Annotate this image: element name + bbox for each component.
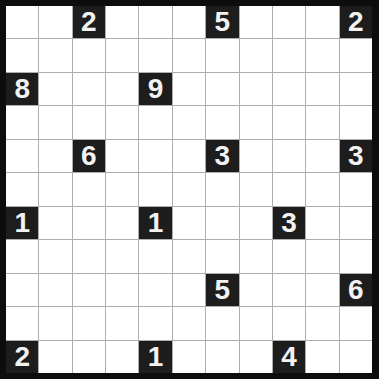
clue-cell-r3c5: 9 (139, 73, 171, 105)
cell-r9c9[interactable] (273, 274, 305, 306)
cell-r10c2[interactable] (39, 307, 71, 339)
cell-r11c6[interactable] (173, 341, 205, 373)
cell-r4c10[interactable] (306, 106, 338, 138)
cell-r5c2[interactable] (39, 140, 71, 172)
cell-r6c9[interactable] (273, 173, 305, 205)
cell-r7c4[interactable] (106, 207, 138, 239)
cell-r9c6[interactable] (173, 274, 205, 306)
cell-r10c3[interactable] (73, 307, 105, 339)
cell-r7c11[interactable] (340, 207, 372, 239)
cell-r1c1[interactable] (6, 6, 38, 38)
clue-cell-r1c3: 2 (73, 6, 105, 38)
cell-r6c11[interactable] (340, 173, 372, 205)
cell-r6c6[interactable] (173, 173, 205, 205)
cell-r6c3[interactable] (73, 173, 105, 205)
cell-r8c1[interactable] (6, 240, 38, 272)
cell-r3c11[interactable] (340, 73, 372, 105)
cell-r1c2[interactable] (39, 6, 71, 38)
cell-r3c4[interactable] (106, 73, 138, 105)
cell-r5c6[interactable] (173, 140, 205, 172)
cell-r7c6[interactable] (173, 207, 205, 239)
cell-r5c9[interactable] (273, 140, 305, 172)
cell-r8c7[interactable] (206, 240, 238, 272)
cell-r8c6[interactable] (173, 240, 205, 272)
clue-cell-r5c11: 3 (340, 140, 372, 172)
cell-r2c7[interactable] (206, 39, 238, 71)
cell-r1c6[interactable] (173, 6, 205, 38)
clue-cell-r7c5: 1 (139, 207, 171, 239)
puzzle-grid: 2528963311356214 (6, 6, 372, 373)
cell-r7c7[interactable] (206, 207, 238, 239)
cell-r9c3[interactable] (73, 274, 105, 306)
cell-r2c3[interactable] (73, 39, 105, 71)
cell-r11c3[interactable] (73, 341, 105, 373)
cell-r10c10[interactable] (306, 307, 338, 339)
cell-r5c1[interactable] (6, 140, 38, 172)
cell-r6c4[interactable] (106, 173, 138, 205)
cell-r4c4[interactable] (106, 106, 138, 138)
cell-r3c10[interactable] (306, 73, 338, 105)
cell-r10c6[interactable] (173, 307, 205, 339)
cell-r2c5[interactable] (139, 39, 171, 71)
clue-cell-r1c7: 5 (206, 6, 238, 38)
cell-r6c5[interactable] (139, 173, 171, 205)
cell-r9c2[interactable] (39, 274, 71, 306)
cell-r11c7[interactable] (206, 341, 238, 373)
cell-r7c10[interactable] (306, 207, 338, 239)
cell-r4c11[interactable] (340, 106, 372, 138)
cell-r1c8[interactable] (240, 6, 272, 38)
cell-r3c8[interactable] (240, 73, 272, 105)
cell-r4c5[interactable] (139, 106, 171, 138)
clue-cell-r11c5: 1 (139, 341, 171, 373)
cell-r4c1[interactable] (6, 106, 38, 138)
cell-r4c2[interactable] (39, 106, 71, 138)
cell-r8c3[interactable] (73, 240, 105, 272)
cell-r6c8[interactable] (240, 173, 272, 205)
cell-r2c2[interactable] (39, 39, 71, 71)
cell-r10c8[interactable] (240, 307, 272, 339)
clue-cell-r7c1: 1 (6, 207, 38, 239)
cell-r7c8[interactable] (240, 207, 272, 239)
cell-r8c9[interactable] (273, 240, 305, 272)
cell-r2c9[interactable] (273, 39, 305, 71)
cell-r8c4[interactable] (106, 240, 138, 272)
cell-r1c5[interactable] (139, 6, 171, 38)
clue-cell-r3c1: 8 (6, 73, 38, 105)
cell-r10c4[interactable] (106, 307, 138, 339)
cell-r3c3[interactable] (73, 73, 105, 105)
clue-cell-r7c9: 3 (273, 207, 305, 239)
cell-r6c1[interactable] (6, 173, 38, 205)
cell-r4c6[interactable] (173, 106, 205, 138)
cell-r4c9[interactable] (273, 106, 305, 138)
cell-r2c4[interactable] (106, 39, 138, 71)
clue-cell-r5c7: 3 (206, 140, 238, 172)
cell-r1c4[interactable] (106, 6, 138, 38)
cell-r9c1[interactable] (6, 274, 38, 306)
cell-r11c8[interactable] (240, 341, 272, 373)
cell-r4c3[interactable] (73, 106, 105, 138)
cell-r1c9[interactable] (273, 6, 305, 38)
cell-r4c8[interactable] (240, 106, 272, 138)
cell-r9c8[interactable] (240, 274, 272, 306)
cell-r7c3[interactable] (73, 207, 105, 239)
cell-r7c2[interactable] (39, 207, 71, 239)
clue-cell-r9c7: 5 (206, 274, 238, 306)
cell-r8c5[interactable] (139, 240, 171, 272)
cell-r10c1[interactable] (6, 307, 38, 339)
cell-r3c9[interactable] (273, 73, 305, 105)
clue-cell-r9c11: 6 (340, 274, 372, 306)
cell-r5c5[interactable] (139, 140, 171, 172)
cell-r8c2[interactable] (39, 240, 71, 272)
cell-r5c4[interactable] (106, 140, 138, 172)
board: 2528963311356214 (0, 0, 379, 379)
cell-r11c4[interactable] (106, 341, 138, 373)
cell-r10c9[interactable] (273, 307, 305, 339)
cell-r2c8[interactable] (240, 39, 272, 71)
cell-r9c5[interactable] (139, 274, 171, 306)
cell-r11c2[interactable] (39, 341, 71, 373)
cell-r8c11[interactable] (340, 240, 372, 272)
cell-r9c10[interactable] (306, 274, 338, 306)
cell-r2c1[interactable] (6, 39, 38, 71)
cell-r6c7[interactable] (206, 173, 238, 205)
cell-r6c10[interactable] (306, 173, 338, 205)
cell-r6c2[interactable] (39, 173, 71, 205)
cell-r3c7[interactable] (206, 73, 238, 105)
cell-r5c10[interactable] (306, 140, 338, 172)
cell-r10c7[interactable] (206, 307, 238, 339)
cell-r8c10[interactable] (306, 240, 338, 272)
clue-cell-r11c9: 4 (273, 341, 305, 373)
cell-r2c11[interactable] (340, 39, 372, 71)
cell-r2c10[interactable] (306, 39, 338, 71)
cell-r2c6[interactable] (173, 39, 205, 71)
clue-cell-r11c1: 2 (6, 341, 38, 373)
cell-r11c10[interactable] (306, 341, 338, 373)
cell-r4c7[interactable] (206, 106, 238, 138)
cell-r10c5[interactable] (139, 307, 171, 339)
cell-r3c6[interactable] (173, 73, 205, 105)
clue-cell-r5c3: 6 (73, 140, 105, 172)
cell-r11c11[interactable] (340, 341, 372, 373)
cell-r8c8[interactable] (240, 240, 272, 272)
cell-r1c10[interactable] (306, 6, 338, 38)
cell-r3c2[interactable] (39, 73, 71, 105)
clue-cell-r1c11: 2 (340, 6, 372, 38)
cell-r5c8[interactable] (240, 140, 272, 172)
cell-r10c11[interactable] (340, 307, 372, 339)
cell-r9c4[interactable] (106, 274, 138, 306)
